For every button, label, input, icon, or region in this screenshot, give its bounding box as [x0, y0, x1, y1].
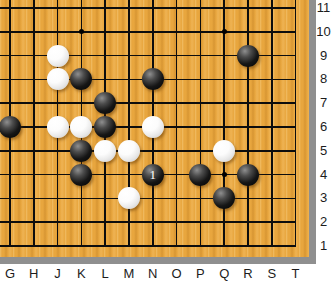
grid-line-row-11: [0, 7, 296, 9]
grid-line-col-r: [247, 0, 249, 247]
move-number-label: 1: [142, 164, 164, 186]
column-label-g: G: [0, 265, 21, 283]
row-label-10: 10: [315, 23, 332, 41]
grid-line-col-s: [271, 0, 273, 247]
grid-line-col-o: [176, 0, 178, 247]
column-label-p: P: [189, 265, 211, 283]
stone-white-j6: [47, 116, 69, 138]
grid-line-col-q: [223, 0, 225, 247]
stone-black-q3: [213, 187, 235, 209]
stone-black-k4: [70, 164, 92, 186]
column-label-r: R: [237, 265, 259, 283]
column-label-q: Q: [213, 265, 235, 283]
board-edge-bottom: [0, 257, 316, 264]
go-diagram: 1 GHJKLMNOPQRST 1110987654321: [0, 0, 332, 284]
stone-white-q5: [213, 140, 235, 162]
grid-line-col-h: [33, 0, 35, 247]
stone-black-r9: [237, 45, 259, 67]
stone-white-m3: [118, 187, 140, 209]
stone-white-l5: [94, 140, 116, 162]
grid-line-row-7: [0, 102, 296, 104]
row-label-6: 6: [315, 118, 332, 136]
go-board[interactable]: 1: [0, 0, 309, 257]
stone-black-n8: [142, 68, 164, 90]
row-label-5: 5: [315, 142, 332, 160]
row-label-11: 11: [315, 0, 332, 17]
row-label-1: 1: [315, 237, 332, 255]
stone-white-n6: [142, 116, 164, 138]
stone-black-p4: [189, 164, 211, 186]
stone-white-k6: [70, 116, 92, 138]
column-label-s: S: [261, 265, 283, 283]
column-label-n: N: [142, 265, 164, 283]
grid-line-row-5: [0, 150, 296, 152]
stone-white-j9: [47, 45, 69, 67]
stone-black-g6: [0, 116, 21, 138]
stone-black-r4: [237, 164, 259, 186]
stone-white-j8: [47, 68, 69, 90]
grid-line-col-t: [295, 0, 297, 247]
grid-line-col-m: [128, 0, 130, 247]
row-label-3: 3: [315, 189, 332, 207]
row-label-9: 9: [315, 47, 332, 65]
row-label-2: 2: [315, 213, 332, 231]
grid-line-row-2: [0, 221, 296, 223]
column-label-t: T: [285, 265, 307, 283]
stone-black-k5: [70, 140, 92, 162]
stone-black-n4: 1: [142, 164, 164, 186]
grid-line-col-p: [200, 0, 202, 247]
grid-line-row-3: [0, 198, 296, 200]
stone-black-l6: [94, 116, 116, 138]
column-label-k: K: [70, 265, 92, 283]
column-label-o: O: [166, 265, 188, 283]
star-point-q4: [222, 172, 227, 177]
column-label-l: L: [94, 265, 116, 283]
row-label-7: 7: [315, 94, 332, 112]
stone-black-k8: [70, 68, 92, 90]
stone-white-m5: [118, 140, 140, 162]
column-label-m: M: [118, 265, 140, 283]
stone-black-l7: [94, 92, 116, 114]
grid-line-row-1: [0, 245, 296, 247]
row-label-8: 8: [315, 70, 332, 88]
star-point-k10: [79, 29, 84, 34]
column-label-j: J: [47, 265, 69, 283]
row-label-4: 4: [315, 166, 332, 184]
star-point-q10: [222, 29, 227, 34]
grid-line-row-10: [0, 31, 296, 33]
column-label-h: H: [23, 265, 45, 283]
